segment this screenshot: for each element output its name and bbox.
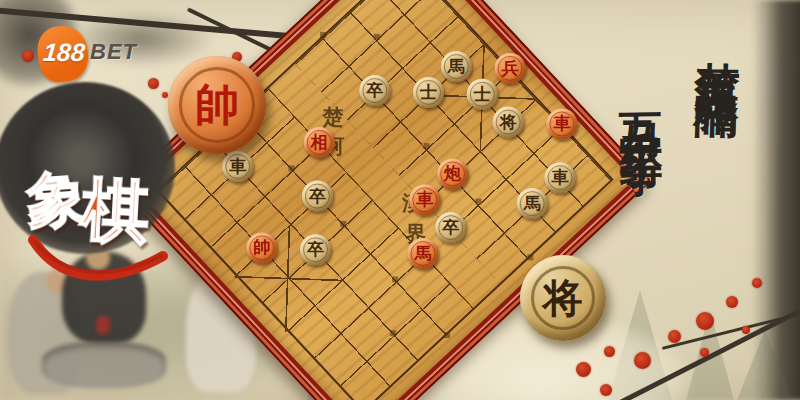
black-piece-卒[interactable]: 卒 [302,181,333,212]
plum-blossom [700,348,709,357]
piece-char: 将 [500,111,517,134]
stone-table [42,342,166,388]
star-point [444,332,450,338]
red-brush-swoosh [23,230,173,292]
plum-blossom [726,296,738,308]
ink-tree-trunk [752,0,800,400]
plum-blossom [696,312,714,330]
piece-char: 卒 [309,185,326,208]
piece-char: 炮 [444,162,461,185]
logo-suffix: BET [90,41,137,63]
piece-char: 卒 [442,216,459,239]
black-piece-馬[interactable]: 馬 [517,188,548,219]
plum-blossom [752,278,762,288]
red-piece-車[interactable]: 車 [546,108,577,139]
piece-char: 車 [229,155,246,178]
piece-char: 帥 [253,236,270,259]
piece-char: 車 [416,188,433,211]
star-point [374,34,380,40]
plum-blossom [576,362,591,377]
plum-blossom [604,346,615,357]
red-piece-炮[interactable]: 炮 [437,158,468,189]
red-piece-車[interactable]: 車 [409,184,440,215]
black-piece-将[interactable]: 将 [493,107,524,138]
star-point [340,221,346,227]
piece-char: 士 [474,83,491,106]
black-piece-卒[interactable]: 卒 [359,75,390,106]
river-label: 楚 [322,103,343,131]
piece-char: 車 [553,112,570,135]
decor-black-general-char: 将 [543,271,583,326]
sage-red-sash [96,316,110,334]
piece-char: 士 [420,81,437,104]
star-point [288,165,294,171]
black-piece-馬[interactable]: 馬 [441,51,472,82]
piece-char: 卒 [307,238,324,261]
star-point [392,276,398,282]
logo-number: 188 [38,40,90,65]
red-piece-馬[interactable]: 馬 [407,238,438,269]
decor-black-general-piece: 将 [520,255,606,341]
star-point [424,143,430,149]
logo-ink-wash [66,10,216,68]
piece-char: 馬 [448,55,465,78]
red-piece-帥[interactable]: 帥 [246,232,277,263]
black-piece-車[interactable]: 車 [545,162,576,193]
piece-char: 卒 [366,79,383,102]
piece-char: 車 [552,166,569,189]
red-piece-相[interactable]: 相 [304,127,335,158]
star-point [320,32,326,38]
black-piece-卒[interactable]: 卒 [435,212,466,243]
star-point [475,199,481,205]
black-piece-士[interactable]: 士 [413,77,444,108]
black-piece-車[interactable]: 車 [222,151,253,182]
star-point [390,330,396,336]
plum-blossom [634,352,651,369]
red-piece-兵[interactable]: 兵 [495,53,526,84]
plum-blossom [22,50,34,62]
xiangqi-emblem: 象 棋 [0,78,185,263]
slogan-column-1: 楚河汉界相隔 [687,25,748,69]
piece-char: 相 [311,131,328,154]
plum-blossom [668,330,681,343]
slogan-column-2: 万马千军纷争 [612,79,671,128]
star-point [527,254,533,260]
black-piece-士[interactable]: 士 [467,79,498,110]
piece-char: 馬 [524,192,541,215]
black-piece-卒[interactable]: 卒 [300,234,331,265]
plum-blossom [742,326,750,334]
plum-blossom [600,384,612,396]
piece-char: 馬 [414,242,431,265]
logo-188bet[interactable]: 188 BET [36,24,216,86]
promo-banner: 楚河漢界 兵車馬士将車士馬卒炮車卒相馬卒車卒帥 帥 将 188 BET 象 棋 … [0,0,800,400]
piece-char: 兵 [502,57,519,80]
